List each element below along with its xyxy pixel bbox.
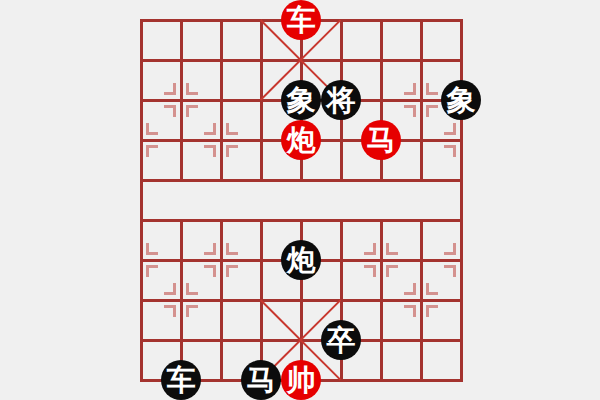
point-marker [364, 243, 376, 255]
river [143, 182, 460, 219]
piece-red-cannon[interactable]: 炮 [281, 120, 321, 160]
grid-line [220, 219, 223, 382]
point-marker [386, 243, 398, 255]
point-marker [426, 83, 438, 95]
grid-line [180, 219, 183, 382]
grid-line [180, 19, 183, 182]
point-marker [444, 243, 456, 255]
point-marker [226, 123, 238, 135]
piece-red-horse[interactable]: 马 [361, 120, 401, 160]
point-marker [146, 145, 158, 157]
point-marker [226, 243, 238, 255]
point-marker [204, 145, 216, 157]
point-marker [204, 123, 216, 135]
point-marker [186, 305, 198, 317]
point-marker [146, 265, 158, 277]
point-marker [204, 243, 216, 255]
piece-black-elephant[interactable]: 象 [281, 80, 321, 120]
point-marker [186, 105, 198, 117]
piece-black-general[interactable]: 将 [321, 80, 361, 120]
point-marker [226, 265, 238, 277]
point-marker [444, 145, 456, 157]
point-marker [444, 265, 456, 277]
piece-black-elephant[interactable]: 象 [441, 80, 481, 120]
point-marker [404, 283, 416, 295]
xiangqi-board[interactable]: 车象将象炮马炮卒车马帅 [0, 0, 600, 400]
point-marker [164, 305, 176, 317]
point-marker [426, 105, 438, 117]
grid-line [220, 19, 223, 182]
point-marker [164, 83, 176, 95]
point-marker [164, 283, 176, 295]
point-marker [226, 145, 238, 157]
piece-black-chariot[interactable]: 车 [161, 360, 201, 400]
piece-red-chariot[interactable]: 车 [281, 0, 321, 40]
point-marker [426, 283, 438, 295]
grid-line [420, 219, 423, 382]
point-marker [386, 265, 398, 277]
point-marker [186, 83, 198, 95]
point-marker [186, 283, 198, 295]
point-marker [426, 305, 438, 317]
point-marker [204, 265, 216, 277]
grid-line [380, 219, 383, 382]
piece-black-soldier[interactable]: 卒 [321, 320, 361, 360]
point-marker [146, 123, 158, 135]
point-marker [364, 265, 376, 277]
point-marker [146, 243, 158, 255]
grid-line [420, 19, 423, 182]
point-marker [404, 305, 416, 317]
point-marker [404, 105, 416, 117]
piece-black-cannon[interactable]: 炮 [281, 240, 321, 280]
piece-black-horse[interactable]: 马 [241, 360, 281, 400]
point-marker [404, 83, 416, 95]
piece-red-general[interactable]: 帅 [281, 360, 321, 400]
grid-line [460, 19, 463, 382]
point-marker [164, 105, 176, 117]
point-marker [444, 123, 456, 135]
